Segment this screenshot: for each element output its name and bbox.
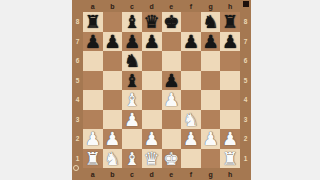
square-a7[interactable]: ♟ <box>83 32 103 52</box>
square-e4[interactable]: ♟ <box>162 90 182 110</box>
piece-wN-f3: ♞ <box>183 110 199 129</box>
file-label-f: f <box>181 168 201 180</box>
square-f4[interactable] <box>181 90 201 110</box>
piece-bR-a8: ♜ <box>85 12 101 31</box>
file-label-h: h <box>220 0 240 12</box>
rank-label-5: 5 <box>240 71 251 91</box>
square-e2[interactable] <box>162 129 182 149</box>
piece-wK-e1: ♚ <box>163 149 179 168</box>
file-labels-bottom: abcdefgh <box>83 168 240 180</box>
piece-wP-h2: ♟ <box>222 129 238 148</box>
square-h7[interactable]: ♟ <box>220 32 240 52</box>
square-b7[interactable]: ♟ <box>103 32 123 52</box>
square-a4[interactable] <box>83 90 103 110</box>
piece-bP-d7: ♟ <box>144 32 160 51</box>
square-a8[interactable]: ♜ <box>83 12 103 32</box>
rank-label-8: 8 <box>240 12 251 32</box>
piece-bR-h8: ♜ <box>222 12 238 31</box>
piece-bP-h7: ♟ <box>222 32 238 51</box>
file-label-e: e <box>162 0 182 12</box>
square-d8[interactable]: ♛ <box>142 12 162 32</box>
square-c1[interactable]: ♝ <box>122 149 142 169</box>
square-f5[interactable] <box>181 71 201 91</box>
file-label-g: g <box>201 168 221 180</box>
piece-wP-f2: ♟ <box>183 129 199 148</box>
piece-wP-b2: ♟ <box>104 129 120 148</box>
piece-bK-e8: ♚ <box>163 12 179 31</box>
square-c8[interactable]: ♝ <box>122 12 142 32</box>
rank-label-4: 4 <box>240 90 251 110</box>
square-h8[interactable]: ♜ <box>220 12 240 32</box>
square-f8[interactable] <box>181 12 201 32</box>
square-h5[interactable] <box>220 71 240 91</box>
square-a6[interactable] <box>83 51 103 71</box>
file-label-g: g <box>201 0 221 12</box>
square-b2[interactable]: ♟ <box>103 129 123 149</box>
file-labels-top: abcdefgh <box>83 0 240 12</box>
square-c5[interactable]: ♝ <box>122 71 142 91</box>
piece-bN-g8: ♞ <box>202 12 218 31</box>
square-c4[interactable]: ♝ <box>122 90 142 110</box>
square-f6[interactable] <box>181 51 201 71</box>
piece-wP-c3: ♟ <box>124 110 140 129</box>
square-g6[interactable] <box>201 51 221 71</box>
black-to-move-indicator-icon <box>243 1 249 7</box>
piece-bN-c6: ♞ <box>124 51 140 70</box>
piece-bB-c5: ♝ <box>124 71 140 90</box>
square-f3[interactable]: ♞ <box>181 110 201 130</box>
square-f7[interactable]: ♟ <box>181 32 201 52</box>
piece-bQ-d8: ♛ <box>144 12 160 31</box>
square-h6[interactable] <box>220 51 240 71</box>
rank-label-7: 7 <box>240 32 251 52</box>
square-h1[interactable]: ♜ <box>220 149 240 169</box>
file-label-b: b <box>103 168 123 180</box>
square-g8[interactable]: ♞ <box>201 12 221 32</box>
rank-label-6: 6 <box>72 51 83 71</box>
square-e8[interactable]: ♚ <box>162 12 182 32</box>
square-c2[interactable] <box>122 129 142 149</box>
square-a3[interactable] <box>83 110 103 130</box>
file-label-d: d <box>142 0 162 12</box>
piece-bP-g7: ♟ <box>202 32 218 51</box>
square-a5[interactable] <box>83 71 103 91</box>
file-label-b: b <box>103 0 123 12</box>
square-e3[interactable] <box>162 110 182 130</box>
piece-wR-a1: ♜ <box>85 149 101 168</box>
piece-wB-c1: ♝ <box>124 149 140 168</box>
square-d5[interactable] <box>142 71 162 91</box>
piece-wP-g2: ♟ <box>202 129 218 148</box>
square-h2[interactable]: ♟ <box>220 129 240 149</box>
rank-labels-right: 87654321 <box>240 12 251 168</box>
file-label-h: h <box>220 168 240 180</box>
piece-wR-h1: ♜ <box>222 149 238 168</box>
piece-bP-b7: ♟ <box>104 32 120 51</box>
square-d2[interactable]: ♟ <box>142 129 162 149</box>
square-d6[interactable] <box>142 51 162 71</box>
square-b3[interactable] <box>103 110 123 130</box>
square-a2[interactable]: ♟ <box>83 129 103 149</box>
rank-label-4: 4 <box>72 90 83 110</box>
piece-wP-d2: ♟ <box>144 129 160 148</box>
square-d1[interactable]: ♛ <box>142 149 162 169</box>
piece-wP-e4: ♟ <box>163 90 179 109</box>
rank-label-8: 8 <box>72 12 83 32</box>
file-label-e: e <box>162 168 182 180</box>
piece-bB-c8: ♝ <box>124 12 140 31</box>
square-h3[interactable] <box>220 110 240 130</box>
square-e1[interactable]: ♚ <box>162 149 182 169</box>
rank-label-3: 3 <box>240 110 251 130</box>
square-b4[interactable] <box>103 90 123 110</box>
page-background: abcdefgh 87654321 87654321 ♜♝♛♚♞♜♟♟♟♟♟♟♟… <box>0 0 320 180</box>
rank-label-3: 3 <box>72 110 83 130</box>
rank-label-2: 2 <box>240 129 251 149</box>
square-c7[interactable]: ♟ <box>122 32 142 52</box>
square-g3[interactable] <box>201 110 221 130</box>
piece-bP-c7: ♟ <box>124 32 140 51</box>
file-label-a: a <box>83 0 103 12</box>
file-label-c: c <box>122 0 142 12</box>
square-e5[interactable]: ♟ <box>162 71 182 91</box>
square-f1[interactable] <box>181 149 201 169</box>
chess-board: ♜♝♛♚♞♜♟♟♟♟♟♟♟♞♝♟♝♟♟♞♟♟♟♟♟♟♜♞♝♛♚♜ <box>83 12 240 168</box>
square-c6[interactable]: ♞ <box>122 51 142 71</box>
flip-board-icon[interactable] <box>73 165 79 171</box>
square-g2[interactable]: ♟ <box>201 129 221 149</box>
square-g4[interactable] <box>201 90 221 110</box>
square-d3[interactable] <box>142 110 162 130</box>
piece-wN-b1: ♞ <box>104 149 120 168</box>
square-c3[interactable]: ♟ <box>122 110 142 130</box>
square-e7[interactable] <box>162 32 182 52</box>
square-f2[interactable]: ♟ <box>181 129 201 149</box>
rank-labels-left: 87654321 <box>72 12 83 168</box>
square-d4[interactable] <box>142 90 162 110</box>
rank-label-5: 5 <box>72 71 83 91</box>
file-label-d: d <box>142 168 162 180</box>
square-g7[interactable]: ♟ <box>201 32 221 52</box>
chess-board-frame: abcdefgh 87654321 87654321 ♜♝♛♚♞♜♟♟♟♟♟♟♟… <box>72 0 251 180</box>
piece-wP-a2: ♟ <box>85 129 101 148</box>
square-b6[interactable] <box>103 51 123 71</box>
square-b8[interactable] <box>103 12 123 32</box>
square-a1[interactable]: ♜ <box>83 149 103 169</box>
square-h4[interactable] <box>220 90 240 110</box>
rank-label-1: 1 <box>240 149 251 169</box>
file-label-a: a <box>83 168 103 180</box>
piece-wB-c4: ♝ <box>124 90 140 109</box>
piece-bP-a7: ♟ <box>85 32 101 51</box>
rank-label-6: 6 <box>240 51 251 71</box>
file-label-f: f <box>181 0 201 12</box>
file-label-c: c <box>122 168 142 180</box>
square-e6[interactable] <box>162 51 182 71</box>
rank-label-7: 7 <box>72 32 83 52</box>
piece-wQ-d1: ♛ <box>144 149 160 168</box>
piece-bP-e5: ♟ <box>163 71 179 90</box>
square-g1[interactable] <box>201 149 221 169</box>
square-d7[interactable]: ♟ <box>142 32 162 52</box>
piece-bP-f7: ♟ <box>183 32 199 51</box>
square-b5[interactable] <box>103 71 123 91</box>
square-b1[interactable]: ♞ <box>103 149 123 169</box>
rank-label-2: 2 <box>72 129 83 149</box>
square-g5[interactable] <box>201 71 221 91</box>
